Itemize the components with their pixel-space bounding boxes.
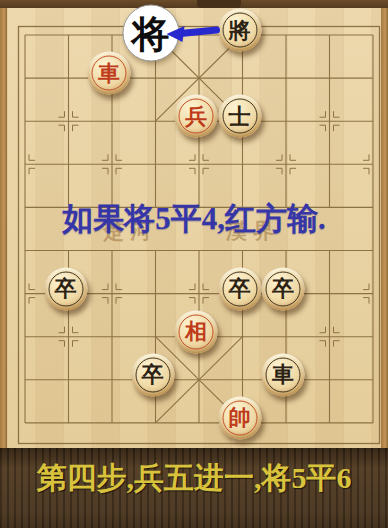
piece-black-chariot[interactable]: 車: [262, 353, 305, 396]
piece-red-elephant[interactable]: 相: [175, 310, 218, 353]
piece-black-soldier-c[interactable]: 卒: [262, 267, 305, 310]
piece-black-soldier-a[interactable]: 卒: [44, 267, 87, 310]
piece-character: 相: [185, 321, 207, 343]
piece-red-general[interactable]: 帥: [218, 396, 261, 439]
piece-red-chariot[interactable]: 車: [88, 52, 131, 95]
piece-character: 將: [229, 19, 251, 41]
piece-character: 卒: [272, 278, 294, 300]
piece-character: 兵: [185, 105, 207, 127]
move-bar: 第四步,兵五进一,将5平6: [0, 448, 388, 528]
piece-red-soldier[interactable]: 兵: [175, 95, 218, 138]
piece-character: 帥: [229, 407, 251, 429]
piece-character: 卒: [229, 278, 251, 300]
piece-black-soldier-b[interactable]: 卒: [218, 267, 261, 310]
piece-character: 卒: [142, 364, 164, 386]
piece-character: 車: [272, 364, 294, 386]
piece-black-advisor[interactable]: 士: [218, 95, 261, 138]
piece-black-soldier-d[interactable]: 卒: [131, 353, 174, 396]
move-destination-indicator[interactable]: 将: [122, 5, 179, 62]
move-bar-text: 第四步,兵五进一,将5平6: [0, 448, 388, 499]
indicator-character: 将: [132, 14, 170, 52]
hint-text: 如果将5平4,红方输.: [0, 198, 388, 240]
piece-character: 車: [98, 62, 120, 84]
piece-black-general[interactable]: 將: [218, 9, 261, 52]
piece-character: 卒: [55, 278, 77, 300]
piece-character: 士: [229, 105, 251, 127]
